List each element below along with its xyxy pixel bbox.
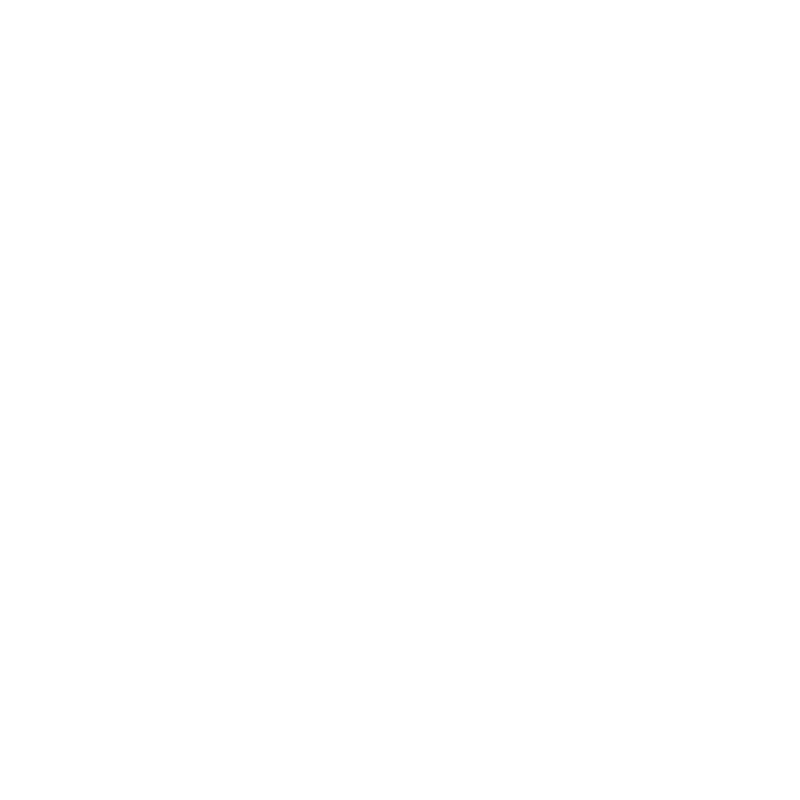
product-photo-stage: [0, 0, 800, 800]
chess-board-photo: [0, 0, 800, 800]
